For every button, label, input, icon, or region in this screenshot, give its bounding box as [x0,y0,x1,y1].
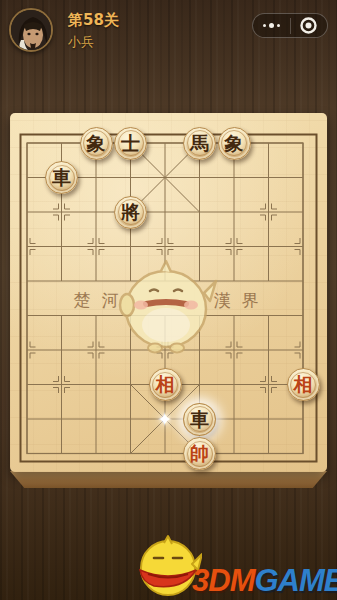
piece-black-advisor[interactable]: 士 [114,127,147,160]
top-bar: 第58关 小兵 [0,0,337,60]
pieces-layer: ✦象士馬象車將相相車帥 [10,126,321,471]
level-title: 第58关 [68,11,119,30]
piece-black-general[interactable]: 將 [114,196,147,229]
miniprogram-capsule [252,13,328,38]
player-name: 小兵 [68,33,94,51]
piece-black-chariot-right[interactable]: 車 [183,403,216,436]
piece-red-elephant-left[interactable]: 相 [149,368,182,401]
piece-black-chariot-left[interactable]: 車 [45,161,78,194]
bottom-toolbar: 锦 15 求助 10步 [0,538,337,600]
xiangqi-board[interactable]: 楚河 漢界 ✦象士馬象車將相相車帥 [10,113,327,472]
piece-black-horse[interactable]: 馬 [183,127,216,160]
avatar-portrait [11,10,53,52]
player-avatar[interactable] [9,8,53,52]
piece-black-elephant-right[interactable]: 象 [218,127,251,160]
exit-button[interactable] [291,14,328,37]
target-circle-icon [299,16,318,35]
piece-red-elephant-right[interactable]: 相 [287,368,320,401]
more-button[interactable] [253,14,290,37]
board-edge [10,471,327,488]
move-sparkle: ✦ [157,410,173,429]
piece-black-elephant-left[interactable]: 象 [80,127,113,160]
piece-red-general[interactable]: 帥 [183,437,216,470]
game-screen: 第58关 小兵 楚河 漢界 [0,0,337,600]
three-dots-icon [263,23,280,28]
